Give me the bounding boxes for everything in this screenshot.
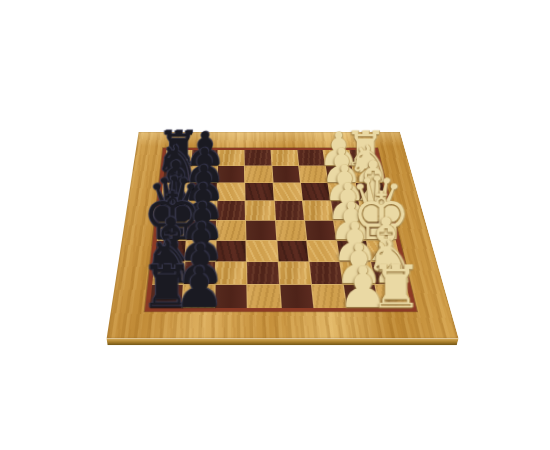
white-rook-icon: ♜ bbox=[369, 258, 422, 317]
black-pawn-icon: ♟ bbox=[174, 260, 225, 316]
product-photo-scene: ♜♞♝♛♚♝♞♜♟♟♟♟♟♟♟♟♟♟♟♟♟♟♟♟♜♞♝♛♚♝♞♜ bbox=[0, 0, 550, 450]
chess-board: ♜♞♝♛♚♝♞♜♟♟♟♟♟♟♟♟♟♟♟♟♟♟♟♟♜♞♝♛♚♝♞♜ bbox=[107, 132, 459, 338]
black-pawn-h7: ♟ bbox=[182, 284, 215, 308]
board-front-edge bbox=[107, 338, 459, 345]
white-rook-h1: ♜ bbox=[374, 284, 411, 308]
